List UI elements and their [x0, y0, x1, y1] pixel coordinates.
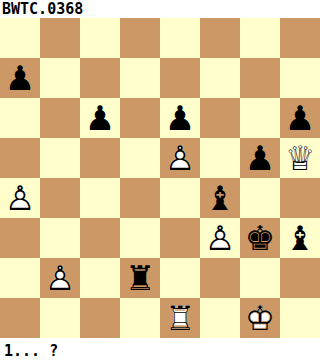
piece-white-queen: ♛♕: [280, 138, 320, 178]
square-d3[interactable]: [120, 218, 160, 258]
square-g7[interactable]: [240, 58, 280, 98]
piece-black-rook: ♜: [120, 258, 160, 298]
square-d4[interactable]: [120, 178, 160, 218]
square-e3[interactable]: [160, 218, 200, 258]
square-h8[interactable]: [280, 18, 320, 58]
square-a1[interactable]: [0, 298, 40, 338]
square-b6[interactable]: [40, 98, 80, 138]
square-f5[interactable]: [200, 138, 240, 178]
square-g5[interactable]: ♟: [240, 138, 280, 178]
square-c5[interactable]: [80, 138, 120, 178]
square-a2[interactable]: [0, 258, 40, 298]
square-c7[interactable]: [80, 58, 120, 98]
square-g4[interactable]: [240, 178, 280, 218]
piece-black-king: ♚: [240, 218, 280, 258]
piece-white-rook: ♜♖: [160, 298, 200, 338]
square-g3[interactable]: ♚: [240, 218, 280, 258]
square-h4[interactable]: [280, 178, 320, 218]
square-e8[interactable]: [160, 18, 200, 58]
square-a5[interactable]: [0, 138, 40, 178]
diagram-title: BWTC.0368: [0, 0, 320, 18]
square-c3[interactable]: [80, 218, 120, 258]
square-g8[interactable]: [240, 18, 280, 58]
square-d5[interactable]: [120, 138, 160, 178]
move-prompt: 1... ?: [0, 338, 320, 360]
piece-white-pawn: ♟♙: [40, 258, 80, 298]
piece-black-pawn: ♟: [240, 138, 280, 178]
chess-board: ♟♟♟♟♟♙♟♛♕♟♙♝♟♙♚♝♟♙♜♜♖♚♔: [0, 18, 320, 338]
square-h1[interactable]: [280, 298, 320, 338]
piece-black-bishop: ♝: [200, 178, 240, 218]
square-b2[interactable]: ♟♙: [40, 258, 80, 298]
square-h2[interactable]: [280, 258, 320, 298]
square-b5[interactable]: [40, 138, 80, 178]
square-g2[interactable]: [240, 258, 280, 298]
square-b1[interactable]: [40, 298, 80, 338]
square-f6[interactable]: [200, 98, 240, 138]
square-b3[interactable]: [40, 218, 80, 258]
piece-black-pawn: ♟: [80, 98, 120, 138]
square-a4[interactable]: ♟♙: [0, 178, 40, 218]
square-a6[interactable]: [0, 98, 40, 138]
square-e1[interactable]: ♜♖: [160, 298, 200, 338]
square-c1[interactable]: [80, 298, 120, 338]
piece-white-pawn: ♟♙: [160, 138, 200, 178]
square-h6[interactable]: ♟: [280, 98, 320, 138]
square-c8[interactable]: [80, 18, 120, 58]
square-a3[interactable]: [0, 218, 40, 258]
square-b4[interactable]: [40, 178, 80, 218]
square-h5[interactable]: ♛♕: [280, 138, 320, 178]
square-b7[interactable]: [40, 58, 80, 98]
square-h7[interactable]: [280, 58, 320, 98]
square-f8[interactable]: [200, 18, 240, 58]
piece-black-pawn: ♟: [160, 98, 200, 138]
square-b8[interactable]: [40, 18, 80, 58]
square-d2[interactable]: ♜: [120, 258, 160, 298]
square-d6[interactable]: [120, 98, 160, 138]
square-e6[interactable]: ♟: [160, 98, 200, 138]
square-a8[interactable]: [0, 18, 40, 58]
square-d1[interactable]: [120, 298, 160, 338]
piece-black-pawn: ♟: [0, 58, 40, 98]
piece-black-pawn: ♟: [280, 98, 320, 138]
square-h3[interactable]: ♝: [280, 218, 320, 258]
square-g6[interactable]: [240, 98, 280, 138]
square-e2[interactable]: [160, 258, 200, 298]
square-c2[interactable]: [80, 258, 120, 298]
piece-white-pawn: ♟♙: [0, 178, 40, 218]
square-d7[interactable]: [120, 58, 160, 98]
piece-white-king: ♚♔: [240, 298, 280, 338]
square-c6[interactable]: ♟: [80, 98, 120, 138]
square-g1[interactable]: ♚♔: [240, 298, 280, 338]
piece-white-pawn: ♟♙: [200, 218, 240, 258]
square-f7[interactable]: [200, 58, 240, 98]
piece-black-bishop: ♝: [280, 218, 320, 258]
square-e4[interactable]: [160, 178, 200, 218]
square-e5[interactable]: ♟♙: [160, 138, 200, 178]
square-f1[interactable]: [200, 298, 240, 338]
square-f2[interactable]: [200, 258, 240, 298]
square-d8[interactable]: [120, 18, 160, 58]
square-c4[interactable]: [80, 178, 120, 218]
square-a7[interactable]: ♟: [0, 58, 40, 98]
square-f3[interactable]: ♟♙: [200, 218, 240, 258]
square-f4[interactable]: ♝: [200, 178, 240, 218]
square-e7[interactable]: [160, 58, 200, 98]
